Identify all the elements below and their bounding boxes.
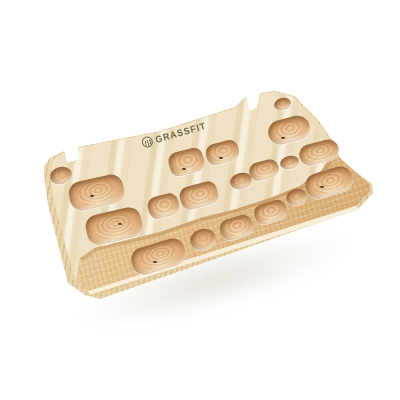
pit-16[interactable] — [217, 212, 255, 242]
pit-9[interactable] — [278, 153, 300, 170]
pit-19[interactable] — [302, 163, 355, 201]
pit-12[interactable] — [145, 191, 181, 220]
product-photo: GRASSFIT — [0, 0, 400, 400]
pit-6[interactable] — [266, 113, 313, 147]
pit-2[interactable] — [66, 172, 126, 213]
pit-8[interactable] — [297, 137, 341, 168]
pit-17[interactable] — [251, 198, 288, 227]
pit-13[interactable] — [178, 179, 221, 211]
pit-7[interactable] — [272, 96, 292, 112]
pit-layer — [0, 0, 400, 400]
pit-5[interactable] — [203, 138, 240, 167]
pit-14[interactable] — [128, 235, 188, 277]
pit-3[interactable] — [83, 205, 144, 247]
pit-10[interactable] — [247, 157, 281, 182]
pit-4[interactable] — [166, 146, 206, 178]
pit-1[interactable] — [48, 164, 73, 186]
pit-15[interactable] — [187, 225, 218, 253]
pit-18[interactable] — [284, 186, 309, 207]
